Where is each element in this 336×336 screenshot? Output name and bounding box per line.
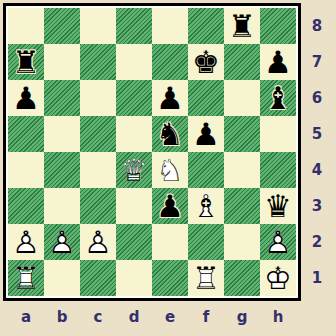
file-label-a: a	[8, 302, 44, 332]
square-d6[interactable]	[116, 80, 152, 116]
white-pawn: ♟♙	[80, 224, 116, 260]
square-f1[interactable]: ♜♖	[188, 260, 224, 296]
square-a7[interactable]: ♜	[8, 44, 44, 80]
square-f3[interactable]: ♝♗	[188, 188, 224, 224]
square-e8[interactable]	[152, 8, 188, 44]
rank-label-4: 4	[302, 152, 332, 188]
file-label-f: f	[188, 302, 224, 332]
board-frame: ♜♜♚♟♟♟♝♞♟♛♕♞♘♟♝♗♛♟♙♟♙♟♙♟♙♜♖♜♖♚♔	[3, 3, 301, 301]
file-label-c: c	[80, 302, 116, 332]
rank-label-1: 1	[302, 260, 332, 296]
black-knight: ♞	[152, 116, 188, 152]
square-g8[interactable]: ♜	[224, 8, 260, 44]
square-b4[interactable]	[44, 152, 80, 188]
black-pawn: ♟	[8, 80, 44, 116]
square-c2[interactable]: ♟♙	[80, 224, 116, 260]
file-labels: a b c d e f g h	[8, 302, 296, 332]
square-c3[interactable]	[80, 188, 116, 224]
square-a6[interactable]: ♟	[8, 80, 44, 116]
square-g3[interactable]	[224, 188, 260, 224]
square-e3[interactable]: ♟	[152, 188, 188, 224]
square-h8[interactable]	[260, 8, 296, 44]
black-rook: ♜	[224, 8, 260, 44]
white-pawn: ♟♙	[260, 224, 296, 260]
rank-label-6: 6	[302, 80, 332, 116]
white-rook: ♜♖	[8, 260, 44, 296]
square-a1[interactable]: ♜♖	[8, 260, 44, 296]
square-a2[interactable]: ♟♙	[8, 224, 44, 260]
white-rook: ♜♖	[188, 260, 224, 296]
square-h4[interactable]	[260, 152, 296, 188]
square-f8[interactable]	[188, 8, 224, 44]
square-f2[interactable]	[188, 224, 224, 260]
square-d4[interactable]: ♛♕	[116, 152, 152, 188]
file-label-e: e	[152, 302, 188, 332]
square-d7[interactable]	[116, 44, 152, 80]
square-h7[interactable]: ♟	[260, 44, 296, 80]
square-h6[interactable]: ♝	[260, 80, 296, 116]
black-pawn: ♟	[152, 80, 188, 116]
chess-diagram: ♜♜♚♟♟♟♝♞♟♛♕♞♘♟♝♗♛♟♙♟♙♟♙♟♙♜♖♜♖♚♔ a b c d …	[0, 0, 336, 336]
rank-label-8: 8	[302, 8, 332, 44]
square-b5[interactable]	[44, 116, 80, 152]
square-h2[interactable]: ♟♙	[260, 224, 296, 260]
white-queen: ♛♕	[116, 152, 152, 188]
square-e2[interactable]	[152, 224, 188, 260]
black-bishop: ♝	[260, 80, 296, 116]
square-g2[interactable]	[224, 224, 260, 260]
square-e1[interactable]	[152, 260, 188, 296]
square-h3[interactable]: ♛	[260, 188, 296, 224]
square-f5[interactable]: ♟	[188, 116, 224, 152]
square-g1[interactable]	[224, 260, 260, 296]
square-b3[interactable]	[44, 188, 80, 224]
square-f4[interactable]	[188, 152, 224, 188]
square-d1[interactable]	[116, 260, 152, 296]
square-a4[interactable]	[8, 152, 44, 188]
square-f6[interactable]	[188, 80, 224, 116]
rank-label-5: 5	[302, 116, 332, 152]
file-label-h: h	[260, 302, 296, 332]
square-h5[interactable]	[260, 116, 296, 152]
white-knight: ♞♘	[152, 152, 188, 188]
square-c8[interactable]	[80, 8, 116, 44]
rank-label-7: 7	[302, 44, 332, 80]
file-label-g: g	[224, 302, 260, 332]
square-a5[interactable]	[8, 116, 44, 152]
square-d3[interactable]	[116, 188, 152, 224]
square-b2[interactable]: ♟♙	[44, 224, 80, 260]
square-c5[interactable]	[80, 116, 116, 152]
white-bishop: ♝♗	[188, 188, 224, 224]
square-d8[interactable]	[116, 8, 152, 44]
board: ♜♜♚♟♟♟♝♞♟♛♕♞♘♟♝♗♛♟♙♟♙♟♙♟♙♜♖♜♖♚♔	[8, 8, 296, 296]
square-c4[interactable]	[80, 152, 116, 188]
square-e5[interactable]: ♞	[152, 116, 188, 152]
black-queen: ♛	[260, 188, 296, 224]
rank-label-3: 3	[302, 188, 332, 224]
square-f7[interactable]: ♚	[188, 44, 224, 80]
square-c7[interactable]	[80, 44, 116, 80]
square-g7[interactable]	[224, 44, 260, 80]
square-g4[interactable]	[224, 152, 260, 188]
file-label-d: d	[116, 302, 152, 332]
square-h1[interactable]: ♚♔	[260, 260, 296, 296]
square-a8[interactable]	[8, 8, 44, 44]
square-g5[interactable]	[224, 116, 260, 152]
file-label-b: b	[44, 302, 80, 332]
square-d2[interactable]	[116, 224, 152, 260]
square-b8[interactable]	[44, 8, 80, 44]
square-c1[interactable]	[80, 260, 116, 296]
square-e6[interactable]: ♟	[152, 80, 188, 116]
white-pawn: ♟♙	[44, 224, 80, 260]
square-b1[interactable]	[44, 260, 80, 296]
square-e4[interactable]: ♞♘	[152, 152, 188, 188]
black-pawn: ♟	[152, 188, 188, 224]
square-a3[interactable]	[8, 188, 44, 224]
square-e7[interactable]	[152, 44, 188, 80]
black-king: ♚	[188, 44, 224, 80]
black-pawn: ♟	[260, 44, 296, 80]
rank-label-2: 2	[302, 224, 332, 260]
rank-labels: 8 7 6 5 4 3 2 1	[302, 8, 332, 296]
black-rook: ♜	[8, 44, 44, 80]
square-d5[interactable]	[116, 116, 152, 152]
square-b6[interactable]	[44, 80, 80, 116]
white-king: ♚♔	[260, 260, 296, 296]
white-pawn: ♟♙	[8, 224, 44, 260]
square-c6[interactable]	[80, 80, 116, 116]
black-pawn: ♟	[188, 116, 224, 152]
square-g6[interactable]	[224, 80, 260, 116]
square-b7[interactable]	[44, 44, 80, 80]
